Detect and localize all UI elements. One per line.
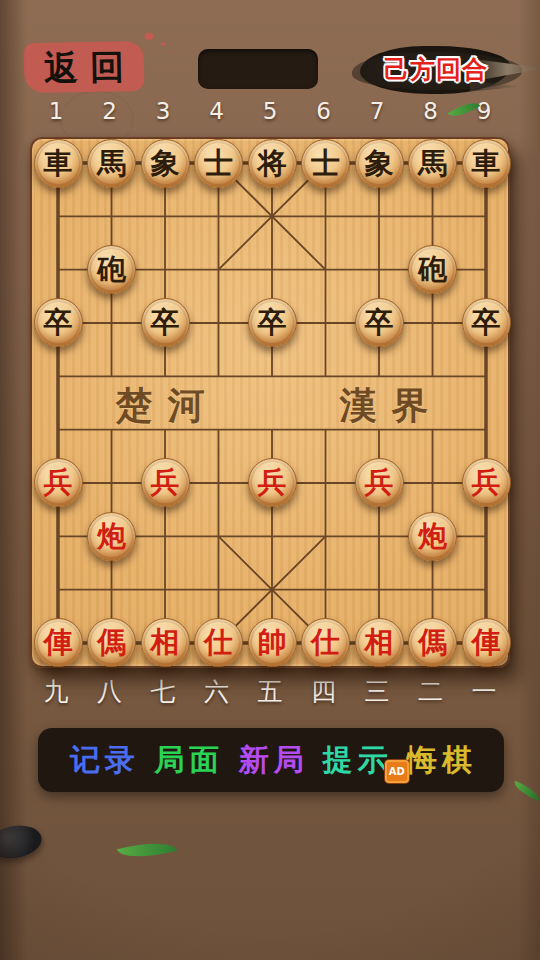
board-point[interactable] (299, 243, 353, 296)
board-point[interactable] (352, 190, 406, 243)
board-point[interactable]: 車 (31, 136, 85, 189)
board-point[interactable] (352, 350, 406, 403)
board-point[interactable]: 相 (138, 616, 192, 669)
board-point[interactable] (406, 456, 460, 509)
timer-display (198, 49, 318, 89)
piece-red[interactable]: 仕 (194, 618, 243, 667)
coordinate-label: 四 (311, 679, 336, 704)
board-point[interactable] (31, 350, 85, 403)
turn-indicator-label: 己方回合 (366, 57, 506, 82)
board-point[interactable] (299, 510, 353, 563)
board-point[interactable]: 炮 (406, 510, 460, 563)
piece-red[interactable]: 兵 (355, 458, 404, 507)
piece-black[interactable]: 卒 (34, 298, 83, 347)
piece-black[interactable]: 砲 (87, 245, 136, 294)
piece-black[interactable]: 卒 (248, 298, 297, 347)
leaf-decor (117, 835, 177, 865)
menu-button-label: 记录 (70, 742, 140, 777)
board-point[interactable] (85, 296, 139, 349)
board-point[interactable] (299, 190, 353, 243)
coordinate-label: 2 (102, 100, 117, 123)
go-stone-decor (0, 822, 44, 863)
board-point[interactable] (245, 510, 299, 563)
coordinate-label: 三 (365, 679, 390, 704)
board-point[interactable]: 傌 (406, 616, 460, 669)
board-point[interactable] (459, 563, 513, 616)
board-point[interactable]: 兵 (138, 456, 192, 509)
menu-records-button[interactable]: 记录 (70, 745, 140, 775)
piece-black[interactable]: 士 (194, 139, 243, 188)
board-point[interactable] (245, 563, 299, 616)
board-point[interactable] (138, 243, 192, 296)
coordinate-label: 八 (97, 679, 122, 704)
menu-button-label: 新局 (239, 742, 309, 777)
board-point[interactable] (299, 563, 353, 616)
board-point[interactable] (85, 190, 139, 243)
board-point[interactable] (192, 296, 246, 349)
coordinate-label: 六 (204, 679, 229, 704)
board-point[interactable]: 相 (352, 616, 406, 669)
piece-black[interactable]: 卒 (462, 298, 511, 347)
board-point[interactable] (245, 403, 299, 456)
piece-red[interactable]: 兵 (34, 458, 83, 507)
board-point[interactable] (299, 403, 353, 456)
board-point[interactable] (245, 350, 299, 403)
board-point[interactable]: 士 (192, 136, 246, 189)
board-point[interactable]: 士 (299, 136, 353, 189)
board-point[interactable] (459, 243, 513, 296)
board-point[interactable] (352, 563, 406, 616)
board-point[interactable] (85, 403, 139, 456)
piece-black[interactable]: 馬 (408, 139, 457, 188)
turn-indicator: 己方回合 (350, 36, 540, 102)
board-point[interactable]: 車 (459, 136, 513, 189)
board-point[interactable]: 俥 (459, 616, 513, 669)
board-point[interactable] (299, 456, 353, 509)
board-point[interactable] (245, 190, 299, 243)
piece-red[interactable]: 相 (355, 618, 404, 667)
menu-bar: 记录局面新局提示AD悔棋 (38, 728, 504, 792)
back-button[interactable]: 返回 (24, 41, 145, 93)
menu-hint-button[interactable]: 提示AD (323, 745, 393, 775)
piece-red[interactable]: 俥 (34, 618, 83, 667)
board-point[interactable]: 帥 (245, 616, 299, 669)
menu-button-label: 局面 (154, 742, 224, 777)
board-point[interactable] (138, 510, 192, 563)
piece-red[interactable]: 傌 (408, 618, 457, 667)
board-point[interactable]: 俥 (31, 616, 85, 669)
board-point[interactable] (31, 563, 85, 616)
board-point[interactable] (406, 296, 460, 349)
piece-red[interactable]: 帥 (248, 618, 297, 667)
board-point[interactable] (138, 563, 192, 616)
board-point[interactable] (192, 456, 246, 509)
board-point[interactable] (192, 403, 246, 456)
board-point[interactable]: 兵 (459, 456, 513, 509)
piece-red[interactable]: 俥 (462, 618, 511, 667)
piece-black[interactable]: 将 (248, 139, 297, 188)
piece-black[interactable]: 車 (34, 139, 83, 188)
board-point[interactable]: 傌 (85, 616, 139, 669)
board-point[interactable]: 砲 (85, 243, 139, 296)
piece-black[interactable]: 象 (141, 139, 190, 188)
board-point[interactable]: 卒 (31, 296, 85, 349)
board-point[interactable] (245, 243, 299, 296)
menu-button-label: 悔棋 (407, 742, 477, 777)
board-point[interactable] (299, 296, 353, 349)
piece-red[interactable]: 炮 (408, 512, 457, 561)
board-point[interactable] (31, 243, 85, 296)
coordinate-label: 6 (316, 100, 331, 123)
coordinate-label: 7 (370, 100, 385, 123)
board-point[interactable]: 兵 (245, 456, 299, 509)
board-point[interactable]: 馬 (85, 136, 139, 189)
board-point[interactable] (192, 350, 246, 403)
coordinate-label: 五 (258, 679, 283, 704)
piece-red[interactable]: 相 (141, 618, 190, 667)
piece-red[interactable]: 兵 (462, 458, 511, 507)
board-point[interactable] (406, 190, 460, 243)
xiangqi-board[interactable]: 楚河 漢界 車馬象士将士象馬車砲砲卒卒卒卒卒兵兵兵兵兵炮炮俥傌相仕帥仕相傌俥 (30, 137, 510, 668)
board-points: 車馬象士将士象馬車砲砲卒卒卒卒卒兵兵兵兵兵炮炮俥傌相仕帥仕相傌俥 (31, 136, 513, 669)
board-point[interactable] (352, 243, 406, 296)
back-button-label: 返回 (32, 49, 137, 85)
board-point[interactable] (138, 190, 192, 243)
board-point[interactable] (31, 510, 85, 563)
piece-black[interactable]: 士 (301, 139, 350, 188)
board-point[interactable] (406, 403, 460, 456)
coordinate-label: 8 (423, 100, 438, 123)
board-point[interactable] (192, 243, 246, 296)
menu-button-label: 提示 (323, 742, 393, 777)
board-point[interactable] (299, 350, 353, 403)
board-point[interactable] (459, 510, 513, 563)
piece-black[interactable]: 卒 (141, 298, 190, 347)
board-point[interactable] (406, 563, 460, 616)
piece-red[interactable]: 炮 (87, 512, 136, 561)
board-point[interactable] (138, 350, 192, 403)
board-point[interactable]: 仕 (192, 616, 246, 669)
board-point[interactable]: 砲 (406, 243, 460, 296)
board-point[interactable] (31, 190, 85, 243)
coordinate-label: 一 (472, 679, 497, 704)
board-point[interactable] (192, 563, 246, 616)
piece-red[interactable]: 傌 (87, 618, 136, 667)
cloud-swirl-decor (380, 880, 464, 944)
piece-black[interactable]: 車 (462, 139, 511, 188)
coordinate-label: 七 (151, 679, 176, 704)
board-point[interactable] (459, 350, 513, 403)
ad-badge: AD (385, 760, 409, 783)
board-point[interactable] (85, 456, 139, 509)
board-point[interactable] (352, 403, 406, 456)
board-point[interactable] (459, 403, 513, 456)
menu-undo-button[interactable]: 悔棋 (407, 745, 477, 775)
piece-red[interactable]: 兵 (141, 458, 190, 507)
board-point[interactable] (85, 350, 139, 403)
board-point[interactable] (352, 510, 406, 563)
coordinate-label: 3 (156, 100, 171, 123)
leaf-decor (511, 781, 540, 802)
board-point[interactable]: 卒 (352, 296, 406, 349)
board-point[interactable] (459, 190, 513, 243)
board-point[interactable]: 卒 (459, 296, 513, 349)
coordinate-label: 九 (44, 679, 69, 704)
coordinate-label: 1 (49, 100, 64, 123)
piece-red[interactable]: 兵 (248, 458, 297, 507)
board-point[interactable]: 卒 (138, 296, 192, 349)
board-point[interactable]: 馬 (406, 136, 460, 189)
board-point[interactable]: 象 (352, 136, 406, 189)
board-point[interactable] (138, 403, 192, 456)
menu-position-button[interactable]: 局面 (154, 745, 224, 775)
board-point[interactable]: 将 (245, 136, 299, 189)
coordinate-label: 5 (263, 100, 278, 123)
board-point[interactable] (192, 510, 246, 563)
piece-red[interactable]: 仕 (301, 618, 350, 667)
piece-black[interactable]: 馬 (87, 139, 136, 188)
board-point[interactable] (85, 563, 139, 616)
board-point[interactable]: 卒 (245, 296, 299, 349)
coordinate-label: 二 (418, 679, 443, 704)
board-point[interactable]: 象 (138, 136, 192, 189)
piece-black[interactable]: 象 (355, 139, 404, 188)
coordinate-label: 4 (209, 100, 224, 123)
board-point[interactable] (192, 190, 246, 243)
board-point[interactable]: 兵 (31, 456, 85, 509)
board-point[interactable] (406, 350, 460, 403)
board-point[interactable]: 兵 (352, 456, 406, 509)
board-point[interactable] (31, 403, 85, 456)
piece-black[interactable]: 卒 (355, 298, 404, 347)
board-point[interactable]: 炮 (85, 510, 139, 563)
menu-new-game-button[interactable]: 新局 (239, 745, 309, 775)
bottom-coordinates: 九八七六五四三二一 (0, 679, 540, 707)
board-point[interactable]: 仕 (299, 616, 353, 669)
piece-black[interactable]: 砲 (408, 245, 457, 294)
